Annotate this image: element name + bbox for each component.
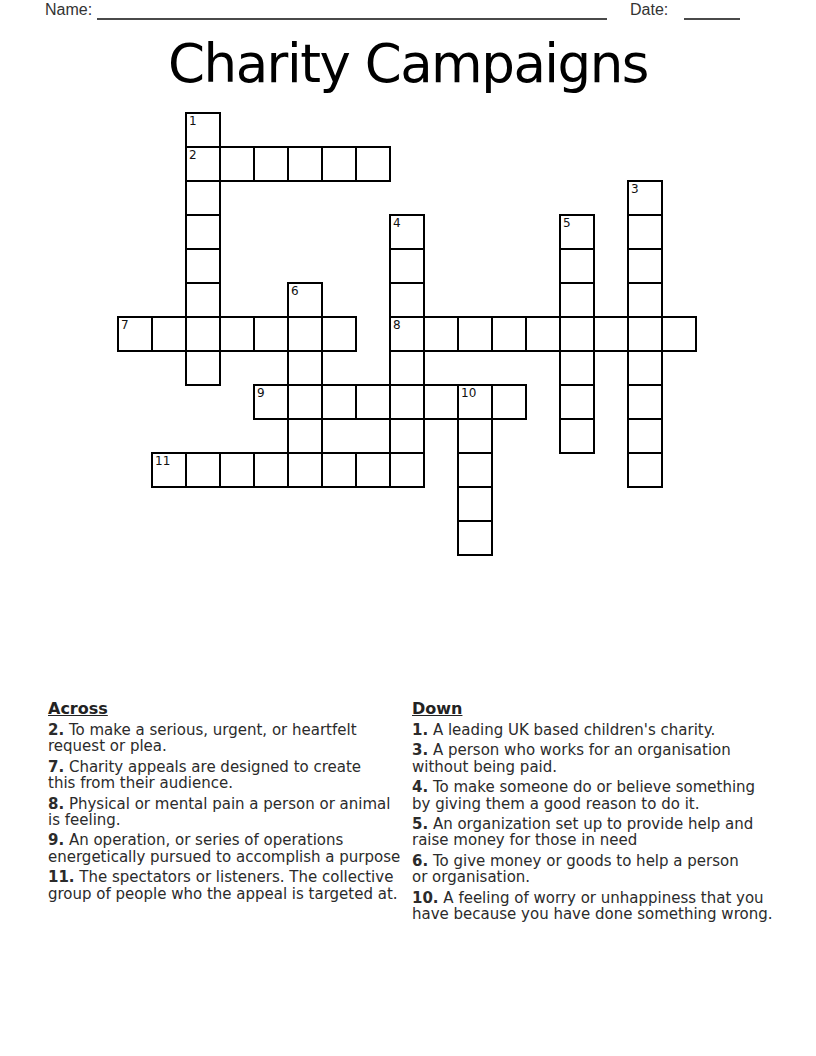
down-heading: Down	[412, 700, 810, 717]
clue-text: 1. A leading UK based children's charity…	[412, 722, 810, 738]
grid-cell[interactable]	[321, 316, 357, 352]
grid-cell[interactable]	[185, 248, 221, 284]
grid-cell[interactable]	[627, 248, 663, 284]
grid-cell[interactable]	[627, 452, 663, 488]
clue-item: 11. The spectators or listeners. The col…	[48, 869, 408, 902]
grid-cell[interactable]: 1	[185, 112, 221, 148]
clue-text: 10. A feeling of worry or unhappiness th…	[412, 890, 810, 906]
across-heading: Across	[48, 700, 408, 717]
clue-text: have because you have done something wro…	[412, 906, 810, 922]
grid-cell[interactable]	[457, 486, 493, 522]
grid-cell[interactable]	[389, 452, 425, 488]
clue-text: or organisation.	[412, 869, 810, 885]
clue-number: 2.	[48, 721, 64, 739]
clue-text: 7. Charity appeals are designed to creat…	[48, 759, 408, 775]
grid-cell[interactable]: 4	[389, 214, 425, 250]
grid-cell[interactable]	[627, 316, 663, 352]
grid-cell[interactable]	[219, 452, 255, 488]
clue-text: 11. The spectators or listeners. The col…	[48, 869, 408, 885]
grid-cell[interactable]	[253, 146, 289, 182]
clue-list-across: 2. To make a serious, urgent, or heartfe…	[48, 722, 408, 902]
grid-cell[interactable]: 11	[151, 452, 187, 488]
grid-cell[interactable]	[559, 248, 595, 284]
clue-number: 10.	[412, 889, 439, 907]
clue-number: 4.	[412, 778, 428, 796]
grid-cell[interactable]	[185, 180, 221, 216]
grid-cell[interactable]	[185, 214, 221, 250]
clue-text: 2. To make a serious, urgent, or heartfe…	[48, 722, 408, 738]
grid-cell[interactable]	[457, 520, 493, 556]
grid-cell[interactable]: 10	[457, 384, 493, 420]
grid-cell[interactable]	[627, 214, 663, 250]
grid-cell[interactable]	[559, 384, 595, 420]
cell-number: 9	[257, 387, 265, 399]
clue-item: 8. Physical or mental pain a person or a…	[48, 796, 408, 829]
grid-cell[interactable]	[287, 384, 323, 420]
grid-cell[interactable]	[287, 146, 323, 182]
grid-cell[interactable]	[389, 384, 425, 420]
grid-cell[interactable]	[185, 316, 221, 352]
name-blank-line	[97, 3, 607, 20]
grid-cell[interactable]	[287, 350, 323, 386]
grid-cell[interactable]: 8	[389, 316, 425, 352]
across-clues-section: Across 2. To make a serious, urgent, or …	[48, 700, 408, 906]
grid-cell[interactable]	[457, 316, 493, 352]
grid-cell[interactable]	[423, 316, 459, 352]
grid-cell[interactable]	[627, 282, 663, 318]
grid-cell[interactable]	[185, 282, 221, 318]
grid-cell[interactable]	[457, 452, 493, 488]
page-title: Charity Campaigns	[0, 30, 816, 98]
clue-text: 8. Physical or mental pain a person or a…	[48, 796, 408, 812]
grid-cell[interactable]	[355, 384, 391, 420]
clue-text: 6. To give money or goods to help a pers…	[412, 853, 810, 869]
clue-text: this from their audience.	[48, 775, 408, 791]
grid-cell[interactable]	[287, 452, 323, 488]
grid-cell[interactable]	[321, 146, 357, 182]
grid-cell[interactable]	[593, 316, 629, 352]
cell-number: 1	[189, 115, 197, 127]
clue-text: energetically pursued to accomplish a pu…	[48, 849, 408, 865]
grid-cell[interactable]	[457, 418, 493, 454]
grid-cell[interactable]	[151, 316, 187, 352]
cell-number: 5	[563, 217, 571, 229]
grid-cell[interactable]: 6	[287, 282, 323, 318]
grid-cell[interactable]	[185, 452, 221, 488]
grid-cell[interactable]	[287, 316, 323, 352]
clue-item: 10. A feeling of worry or unhappiness th…	[412, 890, 810, 923]
cell-number: 11	[155, 455, 170, 467]
clue-text: request or plea.	[48, 738, 408, 754]
date-label: Date:	[630, 1, 668, 19]
name-label: Name:	[45, 1, 92, 19]
grid-cell[interactable]	[525, 316, 561, 352]
cell-number: 3	[631, 183, 639, 195]
clue-item: 2. To make a serious, urgent, or heartfe…	[48, 722, 408, 755]
clue-number: 9.	[48, 831, 64, 849]
clue-list-down: 1. A leading UK based children's charity…	[412, 722, 810, 922]
clue-text: group of people who the appeal is target…	[48, 886, 408, 902]
grid-cell[interactable]	[559, 282, 595, 318]
clue-number: 5.	[412, 815, 428, 833]
cell-number: 8	[393, 319, 401, 331]
grid-cell[interactable]	[287, 418, 323, 454]
clue-item: 3. A person who works for an organisatio…	[412, 742, 810, 775]
clue-number: 8.	[48, 795, 64, 813]
grid-cell[interactable]: 9	[253, 384, 289, 420]
grid-cell[interactable]	[661, 316, 697, 352]
cell-number: 4	[393, 217, 401, 229]
clue-item: 4. To make someone do or believe somethi…	[412, 779, 810, 812]
clue-number: 3.	[412, 741, 428, 759]
grid-cell[interactable]	[423, 384, 459, 420]
clue-item: 1. A leading UK based children's charity…	[412, 722, 810, 738]
grid-cell[interactable]: 2	[185, 146, 221, 182]
cell-number: 6	[291, 285, 299, 297]
clue-text: 3. A person who works for an organisatio…	[412, 742, 810, 758]
grid-cell[interactable]: 3	[627, 180, 663, 216]
grid-cell[interactable]	[627, 384, 663, 420]
crossword-grid: 1234567891011	[117, 112, 697, 556]
grid-cell[interactable]	[321, 452, 357, 488]
grid-cell[interactable]	[321, 384, 357, 420]
clue-number: 1.	[412, 721, 428, 739]
clue-item: 6. To give money or goods to help a pers…	[412, 853, 810, 886]
clue-text: without being paid.	[412, 759, 810, 775]
clue-text: 9. An operation, or series of operations	[48, 832, 408, 848]
grid-cell[interactable]	[185, 350, 221, 386]
cell-number: 2	[189, 149, 197, 161]
grid-cell[interactable]	[253, 452, 289, 488]
clue-item: 5. An organization set up to provide hel…	[412, 816, 810, 849]
grid-cell[interactable]	[559, 350, 595, 386]
grid-cell[interactable]	[389, 350, 425, 386]
grid-cell[interactable]	[355, 452, 391, 488]
grid-cell[interactable]	[389, 418, 425, 454]
grid-cell[interactable]	[355, 146, 391, 182]
cell-number: 7	[121, 319, 129, 331]
clue-item: 7. Charity appeals are designed to creat…	[48, 759, 408, 792]
grid-cell[interactable]	[627, 418, 663, 454]
grid-cell[interactable]	[627, 350, 663, 386]
clue-text: 5. An organization set up to provide hel…	[412, 816, 810, 832]
grid-cell[interactable]: 5	[559, 214, 595, 250]
clue-text: 4. To make someone do or believe somethi…	[412, 779, 810, 795]
grid-cell[interactable]	[491, 384, 527, 420]
grid-cell[interactable]: 7	[117, 316, 153, 352]
grid-cell[interactable]	[253, 316, 289, 352]
clue-number: 7.	[48, 758, 64, 776]
grid-cell[interactable]	[219, 146, 255, 182]
clue-text: is feeling.	[48, 812, 408, 828]
grid-cell[interactable]	[491, 316, 527, 352]
grid-cell[interactable]	[219, 316, 255, 352]
clue-number: 6.	[412, 852, 428, 870]
grid-cell[interactable]	[389, 248, 425, 284]
worksheet-page: { "header": { "name_label": "Name:", "da…	[0, 0, 816, 1056]
grid-cell[interactable]	[389, 282, 425, 318]
clue-text: by giving them a good reason to do it.	[412, 796, 810, 812]
clue-item: 9. An operation, or series of operations…	[48, 832, 408, 865]
grid-cell[interactable]	[559, 418, 595, 454]
clue-number: 11.	[48, 868, 75, 886]
clue-text: raise money for those in need	[412, 832, 810, 848]
down-clues-section: Down 1. A leading UK based children's ch…	[412, 700, 810, 926]
cell-number: 10	[461, 387, 476, 399]
grid-cell[interactable]	[559, 316, 595, 352]
date-blank-line	[684, 3, 740, 20]
